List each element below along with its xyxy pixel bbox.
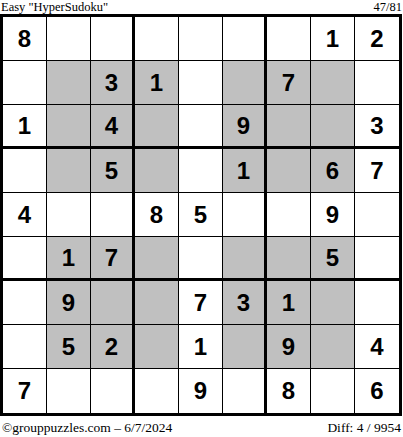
cell-r2c7: 7 xyxy=(267,61,311,105)
cell-r2c8[interactable] xyxy=(311,61,355,105)
cell-r5c1: 4 xyxy=(3,193,47,237)
cell-r8c2: 5 xyxy=(47,325,91,369)
cell-r3c4[interactable] xyxy=(135,105,179,149)
cell-r2c1[interactable] xyxy=(3,61,47,105)
cell-r1c7[interactable] xyxy=(267,17,311,61)
cell-r5c4: 8 xyxy=(135,193,179,237)
cell-r6c3: 7 xyxy=(91,237,135,281)
cell-r9c1: 7 xyxy=(3,369,47,413)
cell-r3c1: 1 xyxy=(3,105,47,149)
cell-r1c3[interactable] xyxy=(91,17,135,61)
cell-r1c5[interactable] xyxy=(179,17,223,61)
cell-r2c2[interactable] xyxy=(47,61,91,105)
header: Easy "HyperSudoku" 47/81 xyxy=(0,0,403,14)
cell-r4c9: 7 xyxy=(355,149,399,193)
cell-r7c4[interactable] xyxy=(135,281,179,325)
cell-r5c6[interactable] xyxy=(223,193,267,237)
cell-r4c4[interactable] xyxy=(135,149,179,193)
cell-r9c5: 9 xyxy=(179,369,223,413)
cell-r5c7[interactable] xyxy=(267,193,311,237)
cell-r7c6: 3 xyxy=(223,281,267,325)
cell-r3c7[interactable] xyxy=(267,105,311,149)
cell-r3c8[interactable] xyxy=(311,105,355,149)
cell-r7c9[interactable] xyxy=(355,281,399,325)
cell-r1c1: 8 xyxy=(3,17,47,61)
cell-r9c3[interactable] xyxy=(91,369,135,413)
sudoku-board: 8123171493516748591759731521947986 xyxy=(0,14,402,416)
cell-r8c7: 9 xyxy=(267,325,311,369)
copyright-text: ©grouppuzzles.com – 6/7/2024 xyxy=(2,420,172,436)
difficulty-text: Diff: 4 / 9954 xyxy=(327,420,401,436)
cell-r6c9[interactable] xyxy=(355,237,399,281)
cell-r3c9: 3 xyxy=(355,105,399,149)
cell-r6c8: 5 xyxy=(311,237,355,281)
cell-r7c1[interactable] xyxy=(3,281,47,325)
cell-r1c8: 1 xyxy=(311,17,355,61)
cell-r2c5[interactable] xyxy=(179,61,223,105)
cell-r2c9[interactable] xyxy=(355,61,399,105)
cell-r4c6: 1 xyxy=(223,149,267,193)
cell-r8c1[interactable] xyxy=(3,325,47,369)
cell-r8c5: 1 xyxy=(179,325,223,369)
cell-r1c9: 2 xyxy=(355,17,399,61)
cell-r5c9[interactable] xyxy=(355,193,399,237)
cell-r3c3: 4 xyxy=(91,105,135,149)
cell-r6c6[interactable] xyxy=(223,237,267,281)
cell-r4c2[interactable] xyxy=(47,149,91,193)
cell-r5c8: 9 xyxy=(311,193,355,237)
cell-r4c3: 5 xyxy=(91,149,135,193)
cell-r4c7[interactable] xyxy=(267,149,311,193)
cell-r9c7: 8 xyxy=(267,369,311,413)
cell-r4c8: 6 xyxy=(311,149,355,193)
cell-r6c1[interactable] xyxy=(3,237,47,281)
cell-r3c6: 9 xyxy=(223,105,267,149)
cell-r3c5[interactable] xyxy=(179,105,223,149)
cell-r7c3[interactable] xyxy=(91,281,135,325)
cell-r4c1[interactable] xyxy=(3,149,47,193)
cell-r7c7: 1 xyxy=(267,281,311,325)
cell-r8c4[interactable] xyxy=(135,325,179,369)
cell-r9c8[interactable] xyxy=(311,369,355,413)
cell-r8c8[interactable] xyxy=(311,325,355,369)
cell-r2c3: 3 xyxy=(91,61,135,105)
cell-r6c2: 1 xyxy=(47,237,91,281)
cell-r5c5: 5 xyxy=(179,193,223,237)
puzzle-page: Easy "HyperSudoku" 47/81 812317149351674… xyxy=(0,0,403,437)
cell-r1c2[interactable] xyxy=(47,17,91,61)
cell-r1c4[interactable] xyxy=(135,17,179,61)
cell-r9c6[interactable] xyxy=(223,369,267,413)
puzzle-title: Easy "HyperSudoku" xyxy=(1,1,108,14)
cell-r7c5: 7 xyxy=(179,281,223,325)
cell-r5c2[interactable] xyxy=(47,193,91,237)
cell-r7c8[interactable] xyxy=(311,281,355,325)
cell-r8c9: 4 xyxy=(355,325,399,369)
cell-r5c3[interactable] xyxy=(91,193,135,237)
cell-r6c4[interactable] xyxy=(135,237,179,281)
footer: ©grouppuzzles.com – 6/7/2024 Diff: 4 / 9… xyxy=(0,416,403,437)
cell-r9c2[interactable] xyxy=(47,369,91,413)
cell-r4c5[interactable] xyxy=(179,149,223,193)
remaining-counter: 47/81 xyxy=(374,1,402,14)
cell-r9c9: 6 xyxy=(355,369,399,413)
cell-r2c4: 1 xyxy=(135,61,179,105)
cell-r7c2: 9 xyxy=(47,281,91,325)
cell-r6c5[interactable] xyxy=(179,237,223,281)
cell-r6c7[interactable] xyxy=(267,237,311,281)
cell-r3c2[interactable] xyxy=(47,105,91,149)
cell-r2c6[interactable] xyxy=(223,61,267,105)
cell-r9c4[interactable] xyxy=(135,369,179,413)
cell-r8c6[interactable] xyxy=(223,325,267,369)
cell-r1c6[interactable] xyxy=(223,17,267,61)
cell-r8c3: 2 xyxy=(91,325,135,369)
